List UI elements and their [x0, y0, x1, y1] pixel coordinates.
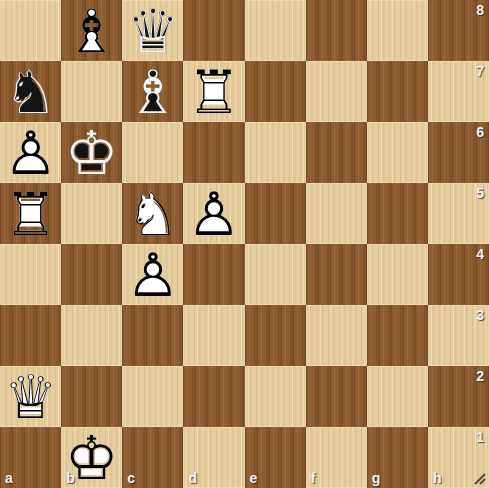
square-e8[interactable]: [245, 0, 306, 61]
square-g6[interactable]: [367, 122, 428, 183]
black-queen-outline-glyph: ♕: [126, 1, 180, 61]
square-e6[interactable]: [245, 122, 306, 183]
square-f4[interactable]: [306, 244, 367, 305]
square-h6[interactable]: 6: [428, 122, 489, 183]
square-e7[interactable]: [245, 61, 306, 122]
square-f2[interactable]: [306, 366, 367, 427]
square-d8[interactable]: [183, 0, 244, 61]
square-d2[interactable]: [183, 366, 244, 427]
square-c7[interactable]: ♝♗: [122, 61, 183, 122]
square-e5[interactable]: [245, 183, 306, 244]
square-c3[interactable]: [122, 305, 183, 366]
square-d7[interactable]: ♜♖: [183, 61, 244, 122]
square-a5[interactable]: ♜♖: [0, 183, 61, 244]
file-label-c: c: [127, 470, 135, 486]
file-label-g: g: [372, 470, 381, 486]
square-c8[interactable]: ♛♕: [122, 0, 183, 61]
white-bishop-outline-glyph: ♗: [65, 1, 119, 61]
square-h2[interactable]: 2: [428, 366, 489, 427]
square-b1[interactable]: b♚♔: [61, 427, 122, 488]
black-king-outline-glyph: ♔: [65, 123, 119, 183]
square-g7[interactable]: [367, 61, 428, 122]
square-f3[interactable]: [306, 305, 367, 366]
square-a4[interactable]: [0, 244, 61, 305]
chess-board: ♝♗♛♕8♞♘♝♗♜♖7♟♙♚♔6♜♖♞♘♟♙5♟♙43♛♕2ab♚♔cdefg…: [0, 0, 489, 488]
square-d3[interactable]: [183, 305, 244, 366]
file-label-a: a: [5, 470, 13, 486]
white-pawn-outline-glyph: ♙: [4, 123, 58, 183]
file-label-e: e: [250, 470, 258, 486]
square-d6[interactable]: [183, 122, 244, 183]
square-h4[interactable]: 4: [428, 244, 489, 305]
rank-label-1: 1: [476, 429, 484, 445]
square-c4[interactable]: ♟♙: [122, 244, 183, 305]
square-h3[interactable]: 3: [428, 305, 489, 366]
square-c6[interactable]: [122, 122, 183, 183]
square-a3[interactable]: [0, 305, 61, 366]
square-a1[interactable]: a: [0, 427, 61, 488]
rank-label-4: 4: [476, 246, 484, 262]
square-b2[interactable]: [61, 366, 122, 427]
piece-black-king[interactable]: ♚♔: [61, 122, 122, 183]
square-h8[interactable]: 8: [428, 0, 489, 61]
square-f1[interactable]: f: [306, 427, 367, 488]
square-g8[interactable]: [367, 0, 428, 61]
square-e4[interactable]: [245, 244, 306, 305]
piece-black-knight[interactable]: ♞♘: [0, 61, 61, 122]
square-d5[interactable]: ♟♙: [183, 183, 244, 244]
square-g4[interactable]: [367, 244, 428, 305]
piece-white-queen[interactable]: ♛♕: [0, 366, 61, 427]
rank-label-5: 5: [476, 185, 484, 201]
square-d1[interactable]: d: [183, 427, 244, 488]
white-rook-outline-glyph: ♖: [4, 184, 58, 244]
square-h7[interactable]: 7: [428, 61, 489, 122]
square-a2[interactable]: ♛♕: [0, 366, 61, 427]
square-e1[interactable]: e: [245, 427, 306, 488]
white-pawn-outline-glyph: ♙: [187, 184, 241, 244]
square-a7[interactable]: ♞♘: [0, 61, 61, 122]
chess-board-widget: ♝♗♛♕8♞♘♝♗♜♖7♟♙♚♔6♜♖♞♘♟♙5♟♙43♛♕2ab♚♔cdefg…: [0, 0, 489, 488]
white-pawn-outline-glyph: ♙: [126, 245, 180, 305]
square-f7[interactable]: [306, 61, 367, 122]
square-c5[interactable]: ♞♘: [122, 183, 183, 244]
piece-white-pawn[interactable]: ♟♙: [122, 244, 183, 305]
square-e3[interactable]: [245, 305, 306, 366]
white-queen-outline-glyph: ♕: [4, 367, 58, 427]
square-f6[interactable]: [306, 122, 367, 183]
square-f5[interactable]: [306, 183, 367, 244]
square-a6[interactable]: ♟♙: [0, 122, 61, 183]
square-a8[interactable]: [0, 0, 61, 61]
file-label-d: d: [188, 470, 197, 486]
rank-label-7: 7: [476, 63, 484, 79]
rank-label-3: 3: [476, 307, 484, 323]
square-g2[interactable]: [367, 366, 428, 427]
resize-grip-icon[interactable]: [472, 471, 487, 486]
rank-label-8: 8: [476, 2, 484, 18]
piece-white-bishop[interactable]: ♝♗: [61, 0, 122, 61]
file-label-f: f: [311, 470, 316, 486]
square-g1[interactable]: g: [367, 427, 428, 488]
file-label-h: h: [433, 470, 442, 486]
square-b8[interactable]: ♝♗: [61, 0, 122, 61]
file-label-b: b: [66, 470, 75, 486]
square-e2[interactable]: [245, 366, 306, 427]
square-b7[interactable]: [61, 61, 122, 122]
piece-white-pawn[interactable]: ♟♙: [183, 183, 244, 244]
square-b6[interactable]: ♚♔: [61, 122, 122, 183]
square-g5[interactable]: [367, 183, 428, 244]
piece-black-queen[interactable]: ♛♕: [122, 0, 183, 61]
black-knight-outline-glyph: ♘: [4, 62, 58, 122]
square-d4[interactable]: [183, 244, 244, 305]
piece-white-rook[interactable]: ♜♖: [0, 183, 61, 244]
square-c2[interactable]: [122, 366, 183, 427]
white-rook-outline-glyph: ♖: [187, 62, 241, 122]
black-bishop-outline-glyph: ♗: [126, 62, 180, 122]
piece-black-bishop[interactable]: ♝♗: [122, 61, 183, 122]
square-h5[interactable]: 5: [428, 183, 489, 244]
rank-label-2: 2: [476, 368, 484, 384]
square-b5[interactable]: [61, 183, 122, 244]
square-g3[interactable]: [367, 305, 428, 366]
white-knight-outline-glyph: ♘: [126, 184, 180, 244]
square-b4[interactable]: [61, 244, 122, 305]
piece-white-pawn[interactable]: ♟♙: [0, 122, 61, 183]
square-b3[interactable]: [61, 305, 122, 366]
rank-label-6: 6: [476, 124, 484, 140]
square-f8[interactable]: [306, 0, 367, 61]
square-c1[interactable]: c: [122, 427, 183, 488]
piece-white-rook[interactable]: ♜♖: [183, 61, 244, 122]
piece-white-knight[interactable]: ♞♘: [122, 183, 183, 244]
